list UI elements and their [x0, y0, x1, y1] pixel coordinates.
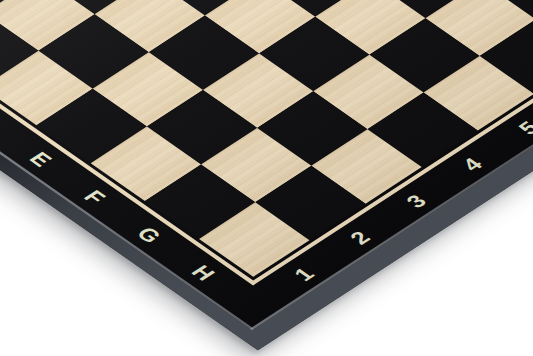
product-photo: ABCDEFGH12345678 [0, 0, 533, 356]
coordinate-labels: ABCDEFGH12345678 [0, 0, 533, 330]
chess-board: ABCDEFGH12345678 [0, 0, 533, 330]
